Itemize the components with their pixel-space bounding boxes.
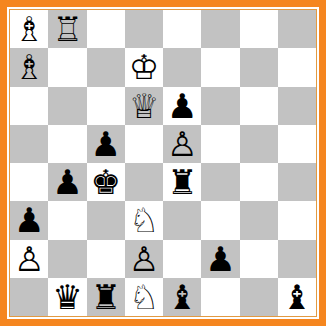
square-g8[interactable] [240,10,278,48]
square-a3[interactable]: ♟ [10,201,48,239]
square-d1[interactable]: ♘ [125,278,163,316]
square-h3[interactable] [278,201,316,239]
square-a5[interactable] [10,125,48,163]
square-d3[interactable]: ♘ [125,201,163,239]
square-b4[interactable]: ♟ [48,163,86,201]
square-h6[interactable] [278,87,316,125]
square-h1[interactable]: ♝ [278,278,316,316]
white-knight-piece[interactable]: ♘ [129,278,159,316]
square-b6[interactable] [48,87,86,125]
chess-board: ♗♖♗♔♕♟♟♙♟♚♜♟♘♙♙♟♛♜♘♝♝ [10,10,316,316]
black-pawn-piece[interactable]: ♟ [52,163,82,201]
white-pawn-piece[interactable]: ♙ [167,125,197,163]
square-c3[interactable] [87,201,125,239]
square-c2[interactable] [87,240,125,278]
square-e8[interactable] [163,10,201,48]
square-d7[interactable]: ♔ [125,48,163,86]
black-queen-piece[interactable]: ♛ [52,278,82,316]
white-bishop-piece[interactable]: ♗ [14,48,44,86]
white-pawn-piece[interactable]: ♙ [14,240,44,278]
square-h2[interactable] [278,240,316,278]
square-c4[interactable]: ♚ [87,163,125,201]
square-g1[interactable] [240,278,278,316]
square-b2[interactable] [48,240,86,278]
square-d6[interactable]: ♕ [125,87,163,125]
square-c6[interactable] [87,87,125,125]
white-pawn-piece[interactable]: ♙ [129,240,159,278]
square-e2[interactable] [163,240,201,278]
square-e5[interactable]: ♙ [163,125,201,163]
square-f3[interactable] [201,201,239,239]
square-b5[interactable] [48,125,86,163]
square-e4[interactable]: ♜ [163,163,201,201]
square-a4[interactable] [10,163,48,201]
square-d2[interactable]: ♙ [125,240,163,278]
white-queen-piece[interactable]: ♕ [129,87,159,125]
square-f8[interactable] [201,10,239,48]
chess-diagram: ♗♖♗♔♕♟♟♙♟♚♜♟♘♙♙♟♛♜♘♝♝ [0,0,326,326]
square-c1[interactable]: ♜ [87,278,125,316]
square-e1[interactable]: ♝ [163,278,201,316]
square-g2[interactable] [240,240,278,278]
square-a6[interactable] [10,87,48,125]
white-rook-piece[interactable]: ♖ [52,10,82,48]
square-g6[interactable] [240,87,278,125]
square-h4[interactable] [278,163,316,201]
white-knight-piece[interactable]: ♘ [129,201,159,239]
square-a2[interactable]: ♙ [10,240,48,278]
square-b7[interactable] [48,48,86,86]
square-c8[interactable] [87,10,125,48]
square-a8[interactable]: ♗ [10,10,48,48]
square-f4[interactable] [201,163,239,201]
square-b1[interactable]: ♛ [48,278,86,316]
square-f1[interactable] [201,278,239,316]
square-h7[interactable] [278,48,316,86]
square-a1[interactable] [10,278,48,316]
square-d8[interactable] [125,10,163,48]
square-d4[interactable] [125,163,163,201]
square-c5[interactable]: ♟ [87,125,125,163]
square-f6[interactable] [201,87,239,125]
black-pawn-piece[interactable]: ♟ [14,201,44,239]
black-pawn-piece[interactable]: ♟ [205,240,235,278]
white-king-piece[interactable]: ♔ [129,48,159,86]
square-b3[interactable] [48,201,86,239]
black-pawn-piece[interactable]: ♟ [167,87,197,125]
square-e6[interactable]: ♟ [163,87,201,125]
black-king-piece[interactable]: ♚ [90,163,120,201]
square-g5[interactable] [240,125,278,163]
black-bishop-piece[interactable]: ♝ [282,278,312,316]
square-f5[interactable] [201,125,239,163]
black-pawn-piece[interactable]: ♟ [90,125,120,163]
black-rook-piece[interactable]: ♜ [90,278,120,316]
black-rook-piece[interactable]: ♜ [167,163,197,201]
square-h8[interactable] [278,10,316,48]
square-c7[interactable] [87,48,125,86]
square-g7[interactable] [240,48,278,86]
square-g4[interactable] [240,163,278,201]
square-a7[interactable]: ♗ [10,48,48,86]
square-d5[interactable] [125,125,163,163]
square-f2[interactable]: ♟ [201,240,239,278]
black-bishop-piece[interactable]: ♝ [167,278,197,316]
square-h5[interactable] [278,125,316,163]
square-e3[interactable] [163,201,201,239]
white-bishop-piece[interactable]: ♗ [14,10,44,48]
square-f7[interactable] [201,48,239,86]
square-g3[interactable] [240,201,278,239]
square-e7[interactable] [163,48,201,86]
square-b8[interactable]: ♖ [48,10,86,48]
